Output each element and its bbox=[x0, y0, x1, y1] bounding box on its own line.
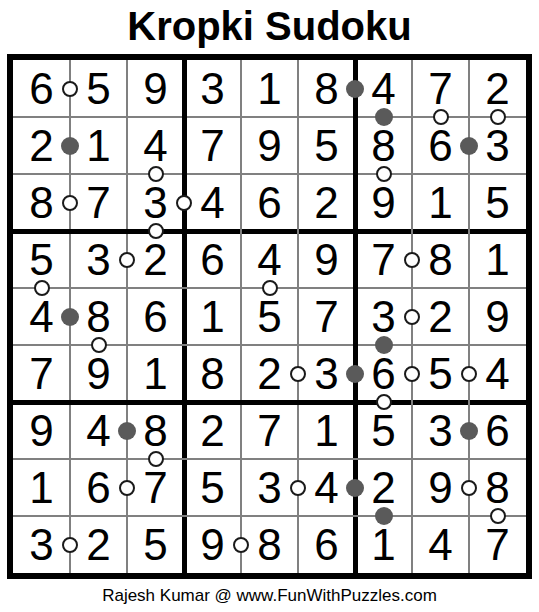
cell-r5c6[interactable]: 7 bbox=[298, 288, 355, 345]
kropki-dot-white bbox=[376, 394, 392, 410]
cell-r4c8[interactable]: 8 bbox=[412, 231, 469, 288]
kropki-dot-black bbox=[375, 336, 393, 354]
box-line-horizontal bbox=[13, 229, 526, 234]
cell-line-vertical bbox=[297, 60, 299, 573]
cell-r3c7[interactable]: 9 bbox=[355, 174, 412, 231]
cell-r6c2[interactable]: 9 bbox=[70, 345, 127, 402]
kropki-dot-white bbox=[148, 451, 164, 467]
cell-r9c6[interactable]: 6 bbox=[298, 516, 355, 573]
cell-r7c5[interactable]: 7 bbox=[241, 402, 298, 459]
credit-text: Rajesh Kumar @ www.FunWithPuzzles.com bbox=[0, 586, 539, 606]
cell-line-vertical bbox=[126, 60, 128, 573]
cell-r9c5[interactable]: 8 bbox=[241, 516, 298, 573]
kropki-dot-white bbox=[148, 166, 164, 182]
kropki-dot-white bbox=[233, 537, 249, 553]
cell-r6c3[interactable]: 1 bbox=[127, 345, 184, 402]
kropki-dot-white bbox=[290, 366, 306, 382]
kropki-dot-black bbox=[460, 422, 478, 440]
cell-r4c3[interactable]: 2 bbox=[127, 231, 184, 288]
kropki-dot-white bbox=[404, 309, 420, 325]
cell-r6c1[interactable]: 7 bbox=[13, 345, 70, 402]
kropki-dot-white bbox=[119, 252, 135, 268]
cell-r3c5[interactable]: 6 bbox=[241, 174, 298, 231]
kropki-dot-white bbox=[91, 337, 107, 353]
kropki-dot-black bbox=[375, 507, 393, 525]
cell-r2c5[interactable]: 9 bbox=[241, 117, 298, 174]
kropki-dot-black bbox=[346, 80, 364, 98]
cell-line-vertical bbox=[240, 60, 242, 573]
cell-r6c9[interactable]: 4 bbox=[469, 345, 526, 402]
kropki-dot-white bbox=[490, 109, 506, 125]
box-line-vertical bbox=[182, 60, 187, 573]
page-title: Kropki Sudoku bbox=[0, 4, 539, 49]
cell-line-horizontal bbox=[13, 458, 526, 460]
cell-r8c4[interactable]: 5 bbox=[184, 459, 241, 516]
kropki-dot-white bbox=[262, 280, 278, 296]
cell-r4c4[interactable]: 6 bbox=[184, 231, 241, 288]
cell-r3c4[interactable]: 4 bbox=[184, 174, 241, 231]
cell-r5c5[interactable]: 5 bbox=[241, 288, 298, 345]
kropki-dot-white bbox=[62, 195, 78, 211]
sudoku-board: 6593184722147958638734629155326497814861… bbox=[7, 54, 532, 579]
cell-r9c8[interactable]: 4 bbox=[412, 516, 469, 573]
cell-r7c7[interactable]: 5 bbox=[355, 402, 412, 459]
cell-r7c4[interactable]: 2 bbox=[184, 402, 241, 459]
kropki-dot-white bbox=[62, 81, 78, 97]
kropki-dot-white bbox=[62, 537, 78, 553]
kropki-dot-white bbox=[119, 480, 135, 496]
page: Kropki Sudoku 65931847221479586387346291… bbox=[0, 0, 539, 612]
kropki-dot-black bbox=[61, 137, 79, 155]
cell-r1c4[interactable]: 3 bbox=[184, 60, 241, 117]
cell-r8c1[interactable]: 1 bbox=[13, 459, 70, 516]
cell-r2c4[interactable]: 7 bbox=[184, 117, 241, 174]
kropki-dot-black bbox=[118, 422, 136, 440]
cell-r1c5[interactable]: 1 bbox=[241, 60, 298, 117]
kropki-dot-white bbox=[433, 109, 449, 125]
cell-r7c6[interactable]: 1 bbox=[298, 402, 355, 459]
kropki-dot-white bbox=[290, 480, 306, 496]
kropki-dot-black bbox=[460, 137, 478, 155]
kropki-dot-black bbox=[346, 479, 364, 497]
cell-r3c8[interactable]: 1 bbox=[412, 174, 469, 231]
kropki-dot-white bbox=[461, 366, 477, 382]
cell-r5c3[interactable]: 6 bbox=[127, 288, 184, 345]
kropki-dot-white bbox=[404, 252, 420, 268]
kropki-dot-white bbox=[148, 223, 164, 239]
cell-line-horizontal bbox=[13, 344, 526, 346]
cell-r7c1[interactable]: 9 bbox=[13, 402, 70, 459]
cell-r6c4[interactable]: 8 bbox=[184, 345, 241, 402]
cell-r4c6[interactable]: 9 bbox=[298, 231, 355, 288]
cell-line-horizontal bbox=[13, 116, 526, 118]
cell-r1c3[interactable]: 9 bbox=[127, 60, 184, 117]
cell-r2c6[interactable]: 5 bbox=[298, 117, 355, 174]
cell-r9c2[interactable]: 2 bbox=[70, 516, 127, 573]
kropki-dot-white bbox=[404, 366, 420, 382]
cell-r9c9[interactable]: 7 bbox=[469, 516, 526, 573]
cell-r3c9[interactable]: 5 bbox=[469, 174, 526, 231]
cell-r1c2[interactable]: 5 bbox=[70, 60, 127, 117]
cell-r4c9[interactable]: 1 bbox=[469, 231, 526, 288]
kropki-dot-white bbox=[490, 508, 506, 524]
kropki-dot-white bbox=[376, 166, 392, 182]
cell-r5c4[interactable]: 1 bbox=[184, 288, 241, 345]
cell-r3c2[interactable]: 7 bbox=[70, 174, 127, 231]
cell-line-horizontal bbox=[13, 515, 526, 517]
cell-r9c3[interactable]: 5 bbox=[127, 516, 184, 573]
cell-r5c9[interactable]: 9 bbox=[469, 288, 526, 345]
kropki-dot-white bbox=[176, 195, 192, 211]
box-line-horizontal bbox=[13, 400, 526, 405]
kropki-dot-black bbox=[346, 365, 364, 383]
cell-r5c8[interactable]: 2 bbox=[412, 288, 469, 345]
cell-line-horizontal bbox=[13, 173, 526, 175]
cell-r3c6[interactable]: 2 bbox=[298, 174, 355, 231]
kropki-dot-white bbox=[461, 480, 477, 496]
kropki-dot-black bbox=[61, 308, 79, 326]
kropki-dot-white bbox=[34, 280, 50, 296]
kropki-dot-black bbox=[375, 108, 393, 126]
cell-r8c3[interactable]: 7 bbox=[127, 459, 184, 516]
